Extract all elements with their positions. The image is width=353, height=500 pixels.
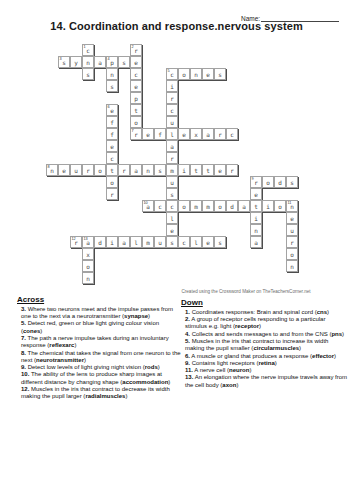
worksheet-page: Name: 14. Coordination and response.nerv… xyxy=(0,0,353,500)
cell-letter: u xyxy=(170,120,174,126)
grid-cell[interactable]: d xyxy=(274,176,286,188)
cell-letter: e xyxy=(134,60,138,66)
grid-cell[interactable]: f xyxy=(106,128,118,140)
cell-letter: m xyxy=(194,204,198,210)
page-title: 14. Coordination and response.nervous sy… xyxy=(0,20,353,32)
grid-cell[interactable]: u xyxy=(166,176,178,188)
grid-cell[interactable]: m xyxy=(202,200,214,212)
cell-letter: o xyxy=(98,168,102,174)
grid-cell[interactable]: m xyxy=(142,236,154,248)
grid-cell[interactable]: r xyxy=(286,236,298,248)
cell-letter: e xyxy=(206,240,210,246)
cell-letter: e xyxy=(206,72,210,78)
cell-letter: s xyxy=(62,60,66,66)
cell-letter: i xyxy=(110,240,114,246)
grid-cell[interactable]: l xyxy=(190,236,202,248)
cell-letter: l xyxy=(134,240,138,246)
grid-cell[interactable]: r xyxy=(82,164,94,176)
cell-letter: a xyxy=(242,204,246,210)
grid-cell[interactable]: 2r xyxy=(130,44,142,56)
grid-cell[interactable]: e xyxy=(286,212,298,224)
cell-letter: o xyxy=(218,204,222,210)
grid-cell[interactable]: a xyxy=(202,128,214,140)
crossword-grid: 1c2r3syna4psesnc5conesseipr6etcfouf7refl… xyxy=(46,44,298,284)
grid-cell[interactable]: c xyxy=(166,200,178,212)
grid-cell[interactable]: o xyxy=(214,200,226,212)
clue-number: 1 xyxy=(84,45,86,49)
grid-cell[interactable]: 12r xyxy=(70,236,82,248)
grid-cell[interactable]: u xyxy=(286,224,298,236)
grid-cell[interactable]: u xyxy=(166,116,178,128)
cell-letter: n xyxy=(50,168,54,174)
cell-letter: d xyxy=(230,204,234,210)
cell-letter: p xyxy=(134,96,138,102)
grid-cell[interactable]: 10a xyxy=(142,200,154,212)
grid-cell[interactable]: n xyxy=(142,164,154,176)
grid-cell[interactable]: m xyxy=(166,164,178,176)
cell-letter: s xyxy=(170,192,174,198)
clue-number: 4 xyxy=(108,57,110,61)
across-clue-list: 3. Where two neurons meet and the impuls… xyxy=(17,306,181,401)
grid-cell[interactable]: c xyxy=(178,236,190,248)
cell-letter: o xyxy=(182,72,186,78)
grid-cell[interactable]: e xyxy=(106,140,118,152)
grid-cell[interactable]: u xyxy=(70,164,82,176)
grid-cell[interactable]: l xyxy=(130,236,142,248)
cell-letter: l xyxy=(170,216,174,222)
grid-cell[interactable]: a xyxy=(94,56,106,68)
grid-cell[interactable]: r xyxy=(106,188,118,200)
cell-letter: i xyxy=(182,168,186,174)
grid-cell[interactable]: o xyxy=(262,176,274,188)
cell-letter: x xyxy=(86,252,90,258)
cell-letter: c xyxy=(86,48,90,54)
clue-item: 1. Coordinates responses: Brain and spin… xyxy=(185,309,349,316)
clue-number: 5 xyxy=(168,69,170,73)
grid-cell[interactable]: n xyxy=(286,260,298,272)
grid-cell[interactable]: i xyxy=(250,212,262,224)
cell-letter: t xyxy=(134,108,138,114)
grid-cell[interactable]: s xyxy=(286,176,298,188)
grid-cell[interactable]: e xyxy=(214,164,226,176)
cell-letter: t xyxy=(254,204,258,210)
cell-letter: u xyxy=(158,240,162,246)
cell-letter: s xyxy=(170,240,174,246)
cell-letter: f xyxy=(110,120,114,126)
cell-letter: a xyxy=(170,144,174,150)
grid-cell[interactable]: e xyxy=(166,224,178,236)
cell-letter: c xyxy=(158,204,162,210)
grid-cell[interactable]: s xyxy=(214,236,226,248)
grid-cell[interactable]: o xyxy=(178,200,190,212)
cell-letter: m xyxy=(206,204,210,210)
clue-item: 2. A group of receptor cells responding … xyxy=(185,316,349,331)
cell-letter: c xyxy=(110,156,114,162)
cell-letter: o xyxy=(182,204,186,210)
clue-number: 12 xyxy=(72,237,76,241)
grid-cell[interactable]: p xyxy=(130,92,142,104)
grid-cell[interactable]: 8n xyxy=(46,164,58,176)
cell-letter: u xyxy=(74,168,78,174)
cell-letter: e xyxy=(110,144,114,150)
grid-cell[interactable]: r xyxy=(226,164,238,176)
cell-letter: o xyxy=(110,180,114,186)
grid-cell[interactable]: 11n xyxy=(286,200,298,212)
cell-letter: r xyxy=(86,168,90,174)
cell-letter: s xyxy=(110,84,114,90)
grid-cell[interactable]: i xyxy=(178,164,190,176)
grid-cell[interactable]: l xyxy=(166,128,178,140)
cell-letter: r xyxy=(170,96,174,102)
clue-number: 3 xyxy=(60,57,62,61)
clue-number: 11 xyxy=(288,201,292,205)
grid-cell[interactable]: i xyxy=(262,200,274,212)
cell-letter: r xyxy=(230,168,234,174)
clue-item: 5. Muscles in the iris that contract to … xyxy=(185,338,349,353)
cell-letter: c xyxy=(170,204,174,210)
grid-cell[interactable]: t xyxy=(130,104,142,116)
cell-letter: c xyxy=(182,240,186,246)
cell-letter: r xyxy=(122,168,126,174)
grid-cell[interactable]: o xyxy=(94,164,106,176)
cell-letter: r xyxy=(134,48,138,54)
cell-letter: e xyxy=(134,84,138,90)
cell-letter: n xyxy=(146,168,150,174)
cell-letter: u xyxy=(290,228,294,234)
clue-number: 7 xyxy=(132,129,134,133)
cell-letter: c xyxy=(170,108,174,114)
cell-letter: a xyxy=(254,240,258,246)
cell-letter: m xyxy=(146,240,150,246)
cell-letter: n xyxy=(86,276,90,282)
grid-cell[interactable]: s xyxy=(118,56,130,68)
grid-cell[interactable]: s xyxy=(154,164,166,176)
grid-cell[interactable]: u xyxy=(154,236,166,248)
cell-letter: l xyxy=(170,132,174,138)
grid-cell[interactable]: s xyxy=(214,68,226,80)
cell-letter: x xyxy=(194,132,198,138)
cell-letter: s xyxy=(122,60,126,66)
grid-cell[interactable]: f xyxy=(154,128,166,140)
grid-cell[interactable]: e xyxy=(142,128,154,140)
grid-cell[interactable]: e xyxy=(130,56,142,68)
grid-cell[interactable]: 3s xyxy=(58,56,70,68)
grid-cell[interactable]: n xyxy=(190,68,202,80)
grid-cell[interactable]: t xyxy=(250,200,262,212)
cell-letter: r xyxy=(254,180,258,186)
cell-letter: o xyxy=(134,120,138,126)
cell-letter: r xyxy=(218,132,222,138)
grid-cell[interactable]: c xyxy=(130,68,142,80)
cell-letter: e xyxy=(182,132,186,138)
cell-letter: i xyxy=(254,216,258,222)
down-heading: Down xyxy=(181,299,349,306)
clue-item: 3. Where two neurons meet and the impuls… xyxy=(21,306,181,321)
grid-cell[interactable]: t xyxy=(190,164,202,176)
grid-cell[interactable]: s xyxy=(166,236,178,248)
grid-cell[interactable]: 4p xyxy=(106,56,118,68)
grid-cell[interactable]: x xyxy=(82,248,94,260)
grid-cell[interactable]: e xyxy=(202,68,214,80)
cell-letter: r xyxy=(110,192,114,198)
grid-cell[interactable]: r xyxy=(214,128,226,140)
cell-letter: s xyxy=(290,180,294,186)
clue-item: 5. Detect red, green or blue light givin… xyxy=(21,320,181,335)
grid-cell[interactable]: n xyxy=(106,68,118,80)
cell-letter: e xyxy=(290,216,294,222)
cell-letter: u xyxy=(170,180,174,186)
grid-cell[interactable]: o xyxy=(286,248,298,260)
grid-cell[interactable]: m xyxy=(190,200,202,212)
cell-letter: t xyxy=(194,168,198,174)
grid-cell[interactable]: 5c xyxy=(166,68,178,80)
cell-letter: e xyxy=(254,192,258,198)
grid-cell[interactable]: a xyxy=(130,164,142,176)
cell-letter: p xyxy=(110,60,114,66)
grid-cell[interactable]: c xyxy=(166,104,178,116)
grid-cell[interactable]: 6e xyxy=(106,104,118,116)
grid-cell[interactable]: s xyxy=(106,80,118,92)
across-clues-section: Across 3. Where two neurons meet and the… xyxy=(17,296,181,401)
credit-text: Created using the Crossword Maker on The… xyxy=(140,289,352,294)
cell-letter: e xyxy=(146,132,150,138)
cell-letter: t xyxy=(206,168,210,174)
grid-cell[interactable]: n xyxy=(250,224,262,236)
grid-cell[interactable]: a xyxy=(250,236,262,248)
grid-cell[interactable]: 7r xyxy=(130,128,142,140)
cell-letter: a xyxy=(134,168,138,174)
grid-cell[interactable]: d xyxy=(94,236,106,248)
clue-item: 10. The ability of the lens to produce s… xyxy=(21,371,181,386)
cell-letter: f xyxy=(110,132,114,138)
grid-cell[interactable]: i xyxy=(166,80,178,92)
cell-letter: n xyxy=(110,72,114,78)
clue-number: 2 xyxy=(132,45,134,49)
grid-cell[interactable]: a xyxy=(238,200,250,212)
grid-cell[interactable]: x xyxy=(190,128,202,140)
grid-cell[interactable]: t xyxy=(202,164,214,176)
clue-item: 7. The path a nerve impulse takes during… xyxy=(21,335,181,350)
cell-letter: o xyxy=(266,180,270,186)
grid-cell[interactable]: s xyxy=(166,188,178,200)
clue-item: 12. Muscles in the iris that contract to… xyxy=(21,386,181,401)
grid-cell[interactable]: r xyxy=(118,164,130,176)
grid-cell[interactable]: r xyxy=(166,92,178,104)
clue-item: 11. A nerve cell (neuron) xyxy=(185,367,349,374)
grid-cell[interactable]: o xyxy=(178,68,190,80)
grid-cell[interactable]: n xyxy=(82,56,94,68)
grid-cell[interactable]: a xyxy=(166,140,178,152)
grid-cell[interactable]: n xyxy=(82,272,94,284)
cell-letter: c xyxy=(134,72,138,78)
cell-letter: c xyxy=(230,132,234,138)
grid-cell[interactable]: a xyxy=(118,236,130,248)
cell-letter: e xyxy=(110,108,114,114)
cell-letter: i xyxy=(170,84,174,90)
grid-cell[interactable]: r xyxy=(166,152,178,164)
cell-letter: o xyxy=(290,252,294,258)
grid-cell[interactable]: 1c xyxy=(82,44,94,56)
cell-letter: l xyxy=(194,240,198,246)
clue-item: 4. Collects and sends messages to and fr… xyxy=(185,331,349,338)
grid-cell[interactable]: o xyxy=(274,200,286,212)
grid-cell[interactable]: s xyxy=(82,68,94,80)
cell-letter: s xyxy=(86,72,90,78)
grid-cell[interactable]: o xyxy=(82,260,94,272)
clue-item: 13. An elongation where the nerve impuls… xyxy=(185,374,349,389)
clue-number: 10 xyxy=(144,201,148,205)
grid-cell[interactable]: f xyxy=(106,116,118,128)
cell-letter: t xyxy=(110,168,114,174)
cell-letter: o xyxy=(86,264,90,270)
cell-letter: s xyxy=(218,240,222,246)
grid-cell[interactable]: e xyxy=(58,164,70,176)
cell-letter: o xyxy=(278,204,282,210)
grid-cell[interactable]: o xyxy=(130,116,142,128)
grid-cell[interactable]: c xyxy=(154,200,166,212)
cell-letter: r xyxy=(134,132,138,138)
grid-cell[interactable]: e xyxy=(130,80,142,92)
cell-letter: a xyxy=(122,240,126,246)
cell-letter: d xyxy=(278,180,282,186)
clue-item: 6. A muscle or gland that produces a res… xyxy=(185,353,349,360)
cell-letter: n xyxy=(194,72,198,78)
grid-cell[interactable]: 9r xyxy=(250,176,262,188)
clue-item: 9. Contains light receptors (retina) xyxy=(185,360,349,367)
cell-letter: r xyxy=(170,156,174,162)
cell-letter: e xyxy=(62,168,66,174)
cell-letter: i xyxy=(266,204,270,210)
grid-cell[interactable]: e xyxy=(250,188,262,200)
grid-cell[interactable]: d xyxy=(226,200,238,212)
clue-number: 9 xyxy=(252,177,254,181)
cell-letter: e xyxy=(218,168,222,174)
grid-cell[interactable]: t xyxy=(106,164,118,176)
cell-letter: n xyxy=(254,228,258,234)
cell-letter: m xyxy=(170,168,174,174)
grid-cell[interactable]: e xyxy=(202,236,214,248)
grid-cell[interactable]: e xyxy=(178,128,190,140)
cell-letter: a xyxy=(206,132,210,138)
grid-cell[interactable]: 13a xyxy=(82,236,94,248)
cell-letter: s xyxy=(158,168,162,174)
grid-cell[interactable]: c xyxy=(106,152,118,164)
grid-cell[interactable]: i xyxy=(106,236,118,248)
clue-number: 13 xyxy=(84,237,88,241)
cell-letter: e xyxy=(170,228,174,234)
grid-cell[interactable]: c xyxy=(226,128,238,140)
cell-letter: n xyxy=(290,264,294,270)
clue-item: 9. Detect low levels of light giving nig… xyxy=(21,364,181,371)
grid-cell[interactable]: l xyxy=(166,212,178,224)
cell-letter: n xyxy=(86,60,90,66)
down-clues-section: Down 1. Coordinates responses: Brain and… xyxy=(181,299,349,389)
cell-letter: r xyxy=(290,240,294,246)
clue-item: 8. The chemical that takes the signal fr… xyxy=(21,350,181,365)
cell-letter: s xyxy=(218,72,222,78)
cell-letter: a xyxy=(98,60,102,66)
grid-cell[interactable]: y xyxy=(70,56,82,68)
grid-cell[interactable]: o xyxy=(106,176,118,188)
clue-number: 6 xyxy=(108,105,110,109)
clue-number: 8 xyxy=(48,165,50,169)
across-heading: Across xyxy=(17,296,181,303)
cell-letter: f xyxy=(158,132,162,138)
cell-letter: d xyxy=(98,240,102,246)
down-clue-list: 1. Coordinates responses: Brain and spin… xyxy=(181,309,349,389)
cell-letter: c xyxy=(170,72,174,78)
cell-letter: y xyxy=(74,60,78,66)
